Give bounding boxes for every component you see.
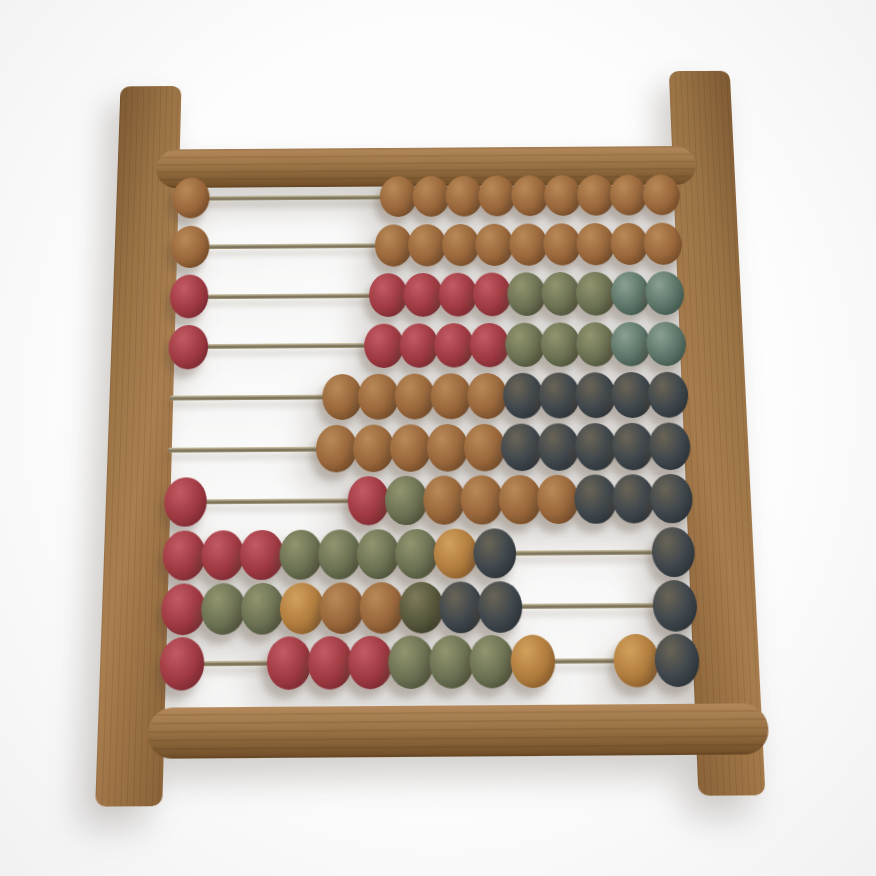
bead-tan[interactable]: [172, 178, 210, 219]
bead-red[interactable]: [240, 530, 284, 580]
bead-green[interactable]: [469, 635, 514, 688]
bead-dark[interactable]: [611, 423, 654, 470]
bead-green[interactable]: [279, 529, 322, 579]
abacus-frame: [0, 26, 876, 876]
bead-dark[interactable]: [503, 373, 544, 419]
bead-dark[interactable]: [478, 581, 523, 632]
bead-green[interactable]: [200, 583, 245, 635]
bead-tan[interactable]: [544, 175, 582, 216]
bead-red[interactable]: [434, 323, 474, 368]
bead-tan[interactable]: [643, 223, 682, 265]
bead-red[interactable]: [307, 636, 352, 689]
bead-tan[interactable]: [171, 226, 210, 268]
bead-red[interactable]: [470, 323, 510, 368]
bead-red[interactable]: [369, 274, 408, 317]
bead-dark[interactable]: [575, 423, 617, 470]
bead-tan[interactable]: [423, 476, 465, 525]
bead-dark[interactable]: [539, 372, 580, 418]
bead-dark[interactable]: [501, 424, 543, 471]
bead-tan[interactable]: [499, 475, 542, 524]
bead-red[interactable]: [438, 273, 477, 316]
bead-dark[interactable]: [612, 475, 656, 524]
bead-tan[interactable]: [375, 225, 413, 267]
bead-tan[interactable]: [322, 374, 362, 420]
bead-gold[interactable]: [510, 635, 556, 688]
bead-olive[interactable]: [399, 582, 443, 634]
bead-tan[interactable]: [464, 424, 506, 471]
bead-green[interactable]: [575, 322, 616, 367]
bead-dark[interactable]: [575, 372, 616, 418]
bead-red[interactable]: [348, 636, 393, 689]
bead-tan[interactable]: [467, 373, 508, 419]
bead-tan[interactable]: [461, 476, 504, 525]
bead-tan[interactable]: [427, 424, 468, 471]
bead-teal[interactable]: [610, 272, 650, 315]
bead-tan[interactable]: [511, 175, 549, 216]
bead-green[interactable]: [540, 322, 580, 367]
bead-red[interactable]: [267, 637, 312, 690]
bead-tan[interactable]: [576, 223, 615, 265]
bottom-rail: [147, 703, 770, 759]
bead-tan[interactable]: [395, 373, 435, 419]
left-post: [95, 86, 181, 807]
bead-green[interactable]: [357, 529, 400, 579]
bead-green[interactable]: [541, 272, 581, 315]
bead-dark[interactable]: [650, 474, 694, 523]
bead-red[interactable]: [162, 530, 206, 580]
bead-red[interactable]: [161, 583, 206, 635]
bead-tan[interactable]: [353, 425, 394, 472]
bead-tan[interactable]: [478, 175, 515, 216]
bead-tan[interactable]: [475, 224, 513, 266]
bead-green[interactable]: [318, 529, 361, 579]
bead-gold[interactable]: [613, 634, 659, 687]
bead-tan[interactable]: [509, 224, 547, 266]
bead-green[interactable]: [395, 529, 438, 579]
bead-teal[interactable]: [645, 272, 685, 315]
bead-tan[interactable]: [408, 224, 446, 266]
scene: [0, 0, 876, 876]
bead-green[interactable]: [576, 272, 616, 315]
bead-green[interactable]: [240, 583, 284, 635]
bead-red[interactable]: [473, 273, 512, 316]
bead-green[interactable]: [389, 636, 434, 689]
bead-tan[interactable]: [390, 424, 431, 471]
bead-tan[interactable]: [320, 582, 364, 634]
bead-red[interactable]: [159, 637, 205, 690]
bead-red[interactable]: [404, 273, 443, 316]
bead-red[interactable]: [164, 478, 207, 527]
bead-tan[interactable]: [445, 176, 482, 217]
bead-green[interactable]: [505, 322, 545, 367]
bead-teal[interactable]: [611, 322, 652, 367]
bead-tan[interactable]: [358, 374, 398, 420]
bead-dark[interactable]: [574, 475, 617, 524]
bead-tan[interactable]: [609, 175, 647, 216]
bead-red[interactable]: [364, 323, 403, 368]
bead-red[interactable]: [347, 476, 389, 525]
bead-green[interactable]: [507, 273, 546, 316]
bead-tan[interactable]: [316, 425, 357, 472]
bead-green[interactable]: [385, 476, 427, 525]
bead-tan[interactable]: [360, 582, 404, 634]
bead-dark[interactable]: [538, 423, 580, 470]
bead-dark[interactable]: [473, 528, 517, 578]
bead-tan[interactable]: [543, 223, 582, 265]
bead-gold[interactable]: [434, 528, 477, 578]
bead-red[interactable]: [201, 530, 245, 580]
bead-rows-layer: [20, 26, 848, 31]
bead-dark[interactable]: [611, 372, 653, 418]
bead-tan[interactable]: [380, 176, 417, 217]
bead-dark[interactable]: [439, 581, 483, 632]
bead-red[interactable]: [168, 325, 208, 370]
bead-green[interactable]: [429, 635, 474, 688]
bead-red[interactable]: [169, 275, 209, 318]
bead-gold[interactable]: [280, 583, 324, 635]
bead-red[interactable]: [399, 323, 439, 368]
bead-tan[interactable]: [577, 175, 615, 216]
bead-tan[interactable]: [413, 176, 450, 217]
bead-tan[interactable]: [536, 475, 579, 524]
bead-tan[interactable]: [431, 373, 472, 419]
bead-tan[interactable]: [442, 224, 480, 266]
bead-tan[interactable]: [610, 223, 649, 265]
